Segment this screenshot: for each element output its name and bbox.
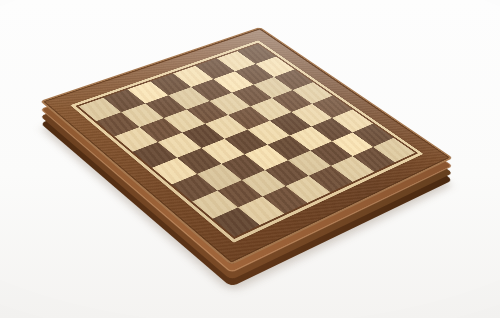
board-square — [127, 81, 168, 103]
board-square — [163, 109, 205, 133]
board-square — [187, 101, 229, 124]
board-square — [201, 139, 244, 164]
board-square — [197, 164, 242, 191]
board-side-groove — [40, 42, 453, 280]
board-top-layer — [0, 0, 500, 318]
board-drop-shadow-layer — [0, 27, 500, 318]
board-square — [145, 95, 187, 118]
board-square — [290, 127, 332, 151]
board-square — [182, 124, 225, 148]
board-square — [311, 118, 352, 141]
board-square — [265, 160, 309, 186]
board-square — [168, 87, 209, 109]
walnut-inner-strip — [75, 43, 418, 239]
board-square — [291, 104, 332, 127]
board-square — [205, 115, 247, 139]
board-square — [253, 77, 293, 98]
board-square — [228, 106, 269, 129]
product-photo-stage — [0, 0, 500, 318]
board-square — [177, 148, 221, 174]
board-square — [352, 123, 393, 147]
board-square — [373, 138, 415, 162]
light-sheen-overlay — [46, 30, 447, 261]
board-square — [293, 82, 333, 104]
board-square — [274, 69, 313, 90]
board-side-mid-layer — [0, 15, 500, 318]
board-square — [241, 170, 286, 197]
board-side-upper-layer — [0, 8, 500, 318]
board-square — [286, 176, 330, 203]
board-square — [121, 104, 163, 127]
board-drop-shadow — [40, 54, 453, 292]
board-grid — [79, 44, 416, 237]
board-square — [172, 174, 217, 201]
board-square — [267, 135, 310, 160]
board-square — [262, 186, 307, 214]
maple-pinstripe-inlay — [70, 40, 423, 242]
board-square — [331, 156, 374, 182]
board-square — [331, 132, 373, 156]
board-square — [309, 166, 353, 192]
board-square — [245, 145, 288, 170]
chess-board — [40, 27, 453, 265]
board-square — [272, 90, 312, 112]
board-square — [310, 141, 353, 166]
board-square — [191, 79, 231, 101]
board-square — [238, 44, 276, 64]
board-square — [235, 64, 274, 85]
board-square — [217, 51, 256, 71]
board-square — [209, 93, 250, 115]
board-square — [250, 98, 291, 121]
board-square — [270, 112, 311, 135]
board-square — [133, 142, 177, 168]
board-square — [332, 109, 373, 132]
board-square — [195, 58, 234, 79]
board-square — [173, 66, 213, 87]
board-square — [247, 121, 289, 145]
board-square — [150, 73, 191, 95]
board-square — [139, 118, 182, 142]
board-square — [114, 127, 158, 152]
board-square — [312, 96, 352, 118]
board-square — [221, 154, 265, 180]
board-square — [238, 197, 284, 225]
board-square — [192, 190, 238, 218]
board-side-lower-lip — [40, 49, 453, 287]
board-square — [231, 85, 271, 107]
board-square — [213, 208, 260, 237]
board-square — [288, 151, 331, 176]
board-square — [213, 71, 253, 92]
board-square — [225, 130, 268, 154]
board-square — [158, 133, 201, 158]
board-square — [256, 56, 295, 76]
board-square — [217, 180, 262, 208]
board-side-chamfer — [40, 35, 453, 273]
board-side-lower-layer — [0, 22, 500, 318]
board-square — [79, 98, 121, 121]
board-square — [352, 147, 394, 172]
board-square — [152, 158, 197, 184]
board-square — [96, 112, 139, 136]
board-square — [103, 89, 145, 112]
